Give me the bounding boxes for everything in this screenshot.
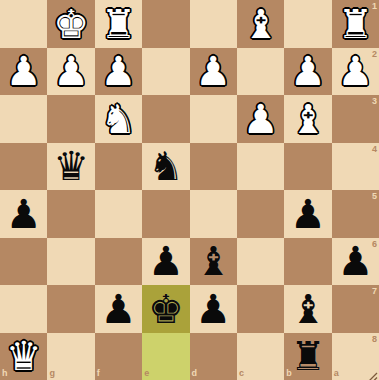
black-pawn-piece[interactable]: ♟	[101, 289, 137, 329]
white-pawn-piece[interactable]: ♟	[337, 51, 373, 91]
square-b4[interactable]	[284, 143, 331, 191]
square-c3[interactable]: ♟	[237, 95, 284, 143]
black-pawn-piece[interactable]: ♟	[290, 194, 326, 234]
black-pawn-piece[interactable]: ♟	[6, 194, 42, 234]
black-bishop-piece[interactable]: ♝	[195, 241, 231, 281]
square-g7[interactable]	[47, 285, 94, 333]
file-label-e: e	[144, 369, 149, 378]
white-rook-piece[interactable]: ♜	[101, 4, 137, 44]
square-e7[interactable]: ♚	[142, 285, 189, 333]
square-f1[interactable]: ♜	[95, 0, 142, 48]
rank-label-4: 4	[372, 145, 377, 154]
white-bishop-piece[interactable]: ♝	[243, 4, 279, 44]
square-a1[interactable]: ♜1	[332, 0, 379, 48]
file-label-a: a	[334, 369, 339, 378]
square-b1[interactable]	[284, 0, 331, 48]
board-resize-grip-icon[interactable]	[367, 368, 378, 379]
black-queen-piece[interactable]: ♛	[53, 146, 89, 186]
square-c1[interactable]: ♝	[237, 0, 284, 48]
black-bishop-piece[interactable]: ♝	[290, 289, 326, 329]
square-d1[interactable]	[190, 0, 237, 48]
square-e1[interactable]	[142, 0, 189, 48]
square-d6[interactable]: ♝	[190, 238, 237, 286]
white-queen-piece[interactable]: ♛	[6, 336, 42, 376]
white-pawn-piece[interactable]: ♟	[290, 51, 326, 91]
square-h1[interactable]	[0, 0, 47, 48]
square-a3[interactable]: 3	[332, 95, 379, 143]
black-pawn-piece[interactable]: ♟	[148, 241, 184, 281]
black-knight-piece[interactable]: ♞	[148, 146, 184, 186]
square-e4[interactable]: ♞	[142, 143, 189, 191]
white-bishop-piece[interactable]: ♝	[290, 99, 326, 139]
square-e3[interactable]	[142, 95, 189, 143]
white-pawn-piece[interactable]: ♟	[195, 51, 231, 91]
square-e8[interactable]: e	[142, 333, 189, 380]
square-h6[interactable]	[0, 238, 47, 286]
square-b5[interactable]: ♟	[284, 190, 331, 238]
square-b2[interactable]: ♟	[284, 48, 331, 96]
square-h4[interactable]	[0, 143, 47, 191]
square-c5[interactable]	[237, 190, 284, 238]
square-f8[interactable]: f	[95, 333, 142, 380]
square-h5[interactable]: ♟	[0, 190, 47, 238]
white-pawn-piece[interactable]: ♟	[101, 51, 137, 91]
square-g8[interactable]: g	[47, 333, 94, 380]
black-king-piece[interactable]: ♚	[148, 289, 184, 329]
square-g1[interactable]: ♚	[47, 0, 94, 48]
square-b8[interactable]: ♜b	[284, 333, 331, 380]
square-b6[interactable]	[284, 238, 331, 286]
white-pawn-piece[interactable]: ♟	[6, 51, 42, 91]
square-f5[interactable]	[95, 190, 142, 238]
square-d7[interactable]: ♟	[190, 285, 237, 333]
square-f7[interactable]: ♟	[95, 285, 142, 333]
square-e6[interactable]: ♟	[142, 238, 189, 286]
square-e2[interactable]	[142, 48, 189, 96]
white-king-piece[interactable]: ♚	[53, 4, 89, 44]
square-h8[interactable]: ♛h	[0, 333, 47, 380]
square-h7[interactable]	[0, 285, 47, 333]
square-g6[interactable]	[47, 238, 94, 286]
square-c7[interactable]	[237, 285, 284, 333]
rank-label-3: 3	[372, 97, 377, 106]
white-pawn-piece[interactable]: ♟	[243, 99, 279, 139]
file-label-c: c	[239, 369, 244, 378]
square-h2[interactable]: ♟	[0, 48, 47, 96]
square-d3[interactable]	[190, 95, 237, 143]
square-d4[interactable]	[190, 143, 237, 191]
file-label-d: d	[192, 369, 198, 378]
file-label-g: g	[49, 369, 55, 378]
chess-board: ♚♜♝♜1♟♟♟♟♟♟2♞♟♝3♛♞4♟♟5♟♝♟6♟♚♟♝7♛hgfedc♜b…	[0, 0, 379, 380]
white-rook-piece[interactable]: ♜	[337, 4, 373, 44]
square-g4[interactable]: ♛	[47, 143, 94, 191]
black-pawn-piece[interactable]: ♟	[195, 289, 231, 329]
square-b3[interactable]: ♝	[284, 95, 331, 143]
square-d2[interactable]: ♟	[190, 48, 237, 96]
square-g5[interactable]	[47, 190, 94, 238]
square-f2[interactable]: ♟	[95, 48, 142, 96]
square-b7[interactable]: ♝	[284, 285, 331, 333]
black-pawn-piece[interactable]: ♟	[337, 241, 373, 281]
square-d8[interactable]: d	[190, 333, 237, 380]
rank-label-8: 8	[372, 335, 377, 344]
rank-label-5: 5	[372, 192, 377, 201]
square-e5[interactable]	[142, 190, 189, 238]
square-a5[interactable]: 5	[332, 190, 379, 238]
file-label-f: f	[97, 369, 100, 378]
rank-label-7: 7	[372, 287, 377, 296]
square-g3[interactable]	[47, 95, 94, 143]
square-a4[interactable]: 4	[332, 143, 379, 191]
square-c4[interactable]	[237, 143, 284, 191]
square-f3[interactable]: ♞	[95, 95, 142, 143]
white-pawn-piece[interactable]: ♟	[53, 51, 89, 91]
square-a7[interactable]: 7	[332, 285, 379, 333]
square-g2[interactable]: ♟	[47, 48, 94, 96]
square-f6[interactable]	[95, 238, 142, 286]
square-h3[interactable]	[0, 95, 47, 143]
square-a2[interactable]: ♟2	[332, 48, 379, 96]
black-rook-piece[interactable]: ♜	[290, 336, 326, 376]
square-d5[interactable]	[190, 190, 237, 238]
square-c2[interactable]	[237, 48, 284, 96]
white-knight-piece[interactable]: ♞	[101, 99, 137, 139]
square-c6[interactable]	[237, 238, 284, 286]
square-f4[interactable]	[95, 143, 142, 191]
square-a6[interactable]: ♟6	[332, 238, 379, 286]
square-c8[interactable]: c	[237, 333, 284, 380]
